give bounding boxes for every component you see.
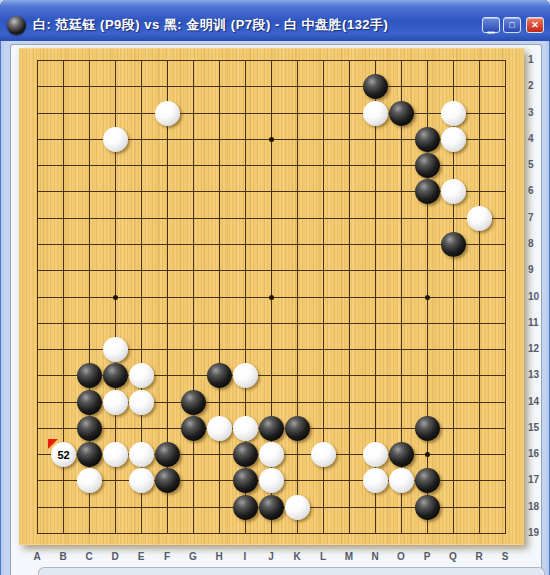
stone-white-C17[interactable] bbox=[77, 468, 102, 493]
stone-black-G14[interactable] bbox=[181, 390, 206, 415]
app-go-stone-icon[interactable] bbox=[7, 16, 26, 35]
row-label-1: 1 bbox=[528, 54, 550, 65]
row-label-5: 5 bbox=[528, 159, 550, 170]
column-label-G: G bbox=[183, 551, 203, 562]
stone-black-C15[interactable] bbox=[77, 416, 102, 441]
stone-white-D14[interactable] bbox=[103, 390, 128, 415]
minimize-icon: ▁ bbox=[488, 24, 495, 33]
star-point bbox=[425, 452, 430, 457]
star-point bbox=[113, 295, 118, 300]
column-label-K: K bbox=[287, 551, 307, 562]
stone-black-P18[interactable] bbox=[415, 495, 440, 520]
stone-white-N3[interactable] bbox=[363, 101, 388, 126]
stone-white-J17[interactable] bbox=[259, 468, 284, 493]
stone-white-R7[interactable] bbox=[467, 206, 492, 231]
row-label-14: 14 bbox=[528, 396, 550, 407]
stone-black-Q8[interactable] bbox=[441, 232, 466, 257]
grid-line-vertical bbox=[479, 60, 480, 534]
stone-white-E13[interactable] bbox=[129, 363, 154, 388]
stone-white-K18[interactable] bbox=[285, 495, 310, 520]
stone-black-P15[interactable] bbox=[415, 416, 440, 441]
stone-black-J15[interactable] bbox=[259, 416, 284, 441]
stone-black-O3[interactable] bbox=[389, 101, 414, 126]
stone-black-H13[interactable] bbox=[207, 363, 232, 388]
row-label-4: 4 bbox=[528, 133, 550, 144]
stone-white-Q3[interactable] bbox=[441, 101, 466, 126]
stone-white-I13[interactable] bbox=[233, 363, 258, 388]
row-label-7: 7 bbox=[528, 212, 550, 223]
grid-line-vertical bbox=[297, 60, 298, 534]
column-label-N: N bbox=[365, 551, 385, 562]
star-point bbox=[425, 295, 430, 300]
column-label-O: O bbox=[391, 551, 411, 562]
maximize-button[interactable]: □ bbox=[503, 17, 521, 33]
window-frame: 白: 范廷钰 (P9段) vs 黑: 金明训 (P7段) - 白 中盘胜(132… bbox=[0, 0, 550, 575]
stone-white-N17[interactable] bbox=[363, 468, 388, 493]
close-button[interactable]: ✕ bbox=[526, 17, 544, 33]
stone-white-D12[interactable] bbox=[103, 337, 128, 362]
row-label-2: 2 bbox=[528, 80, 550, 91]
go-board[interactable]: 52 bbox=[19, 48, 524, 545]
stone-white-D16[interactable] bbox=[103, 442, 128, 467]
stone-white-I15[interactable] bbox=[233, 416, 258, 441]
column-label-R: R bbox=[469, 551, 489, 562]
stone-white-Q6[interactable] bbox=[441, 179, 466, 204]
grid-line-horizontal bbox=[37, 323, 506, 324]
stone-black-I16[interactable] bbox=[233, 442, 258, 467]
column-label-L: L bbox=[313, 551, 333, 562]
column-label-F: F bbox=[157, 551, 177, 562]
maximize-icon: □ bbox=[509, 21, 514, 30]
stone-white-F3[interactable] bbox=[155, 101, 180, 126]
stone-white-E16[interactable] bbox=[129, 442, 154, 467]
stone-white-E14[interactable] bbox=[129, 390, 154, 415]
stone-white-E17[interactable] bbox=[129, 468, 154, 493]
stone-white-B16[interactable]: 52 bbox=[51, 442, 76, 467]
grid-line-vertical bbox=[505, 60, 506, 534]
stone-black-P17[interactable] bbox=[415, 468, 440, 493]
row-label-11: 11 bbox=[528, 317, 550, 328]
row-label-16: 16 bbox=[528, 448, 550, 459]
bottom-panel-edge bbox=[38, 567, 545, 575]
row-label-9: 9 bbox=[528, 264, 550, 275]
row-label-8: 8 bbox=[528, 238, 550, 249]
stone-black-P6[interactable] bbox=[415, 179, 440, 204]
column-label-Q: Q bbox=[443, 551, 463, 562]
stone-white-O17[interactable] bbox=[389, 468, 414, 493]
row-label-13: 13 bbox=[528, 369, 550, 380]
row-label-15: 15 bbox=[528, 422, 550, 433]
stone-white-Q4[interactable] bbox=[441, 127, 466, 152]
stone-white-H15[interactable] bbox=[207, 416, 232, 441]
stone-black-C14[interactable] bbox=[77, 390, 102, 415]
star-point bbox=[269, 137, 274, 142]
stone-black-F17[interactable] bbox=[155, 468, 180, 493]
row-label-6: 6 bbox=[528, 185, 550, 196]
stone-black-J18[interactable] bbox=[259, 495, 284, 520]
window-title: 白: 范廷钰 (P9段) vs 黑: 金明训 (P7段) - 白 中盘胜(132… bbox=[33, 16, 479, 34]
stone-black-P5[interactable] bbox=[415, 153, 440, 178]
star-point bbox=[269, 295, 274, 300]
row-label-10: 10 bbox=[528, 291, 550, 302]
stone-black-D13[interactable] bbox=[103, 363, 128, 388]
stone-white-N16[interactable] bbox=[363, 442, 388, 467]
minimize-button[interactable]: ▁ bbox=[482, 17, 500, 33]
column-label-A: A bbox=[27, 551, 47, 562]
column-label-E: E bbox=[131, 551, 151, 562]
column-label-P: P bbox=[417, 551, 437, 562]
grid-line-horizontal bbox=[37, 533, 506, 534]
row-label-3: 3 bbox=[528, 107, 550, 118]
stone-black-P4[interactable] bbox=[415, 127, 440, 152]
close-icon: ✕ bbox=[531, 21, 539, 30]
title-bar[interactable]: 白: 范廷钰 (P9段) vs 黑: 金明训 (P7段) - 白 中盘胜(132… bbox=[0, 0, 550, 41]
column-label-M: M bbox=[339, 551, 359, 562]
stone-black-G15[interactable] bbox=[181, 416, 206, 441]
grid-line-vertical bbox=[349, 60, 350, 534]
stone-black-F16[interactable] bbox=[155, 442, 180, 467]
stone-black-I18[interactable] bbox=[233, 495, 258, 520]
stone-black-K15[interactable] bbox=[285, 416, 310, 441]
column-label-I: I bbox=[235, 551, 255, 562]
stone-white-J16[interactable] bbox=[259, 442, 284, 467]
stone-white-L16[interactable] bbox=[311, 442, 336, 467]
stone-black-C16[interactable] bbox=[77, 442, 102, 467]
row-label-17: 17 bbox=[528, 474, 550, 485]
row-label-19: 19 bbox=[528, 527, 550, 538]
stone-black-I17[interactable] bbox=[233, 468, 258, 493]
row-label-12: 12 bbox=[528, 343, 550, 354]
column-label-C: C bbox=[79, 551, 99, 562]
stone-white-D4[interactable] bbox=[103, 127, 128, 152]
column-label-J: J bbox=[261, 551, 281, 562]
column-label-H: H bbox=[209, 551, 229, 562]
stone-black-C13[interactable] bbox=[77, 363, 102, 388]
stone-black-O16[interactable] bbox=[389, 442, 414, 467]
column-label-B: B bbox=[53, 551, 73, 562]
move-number-label: 52 bbox=[57, 449, 69, 461]
column-label-D: D bbox=[105, 551, 125, 562]
column-label-S: S bbox=[495, 551, 515, 562]
row-label-18: 18 bbox=[528, 501, 550, 512]
stone-black-N2[interactable] bbox=[363, 74, 388, 99]
